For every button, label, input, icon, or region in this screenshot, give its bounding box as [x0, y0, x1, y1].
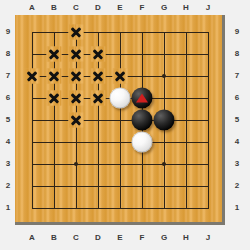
coord-bottom-H: H — [183, 233, 189, 243]
x-mark-B8 — [48, 48, 60, 60]
x-mark-C8 — [70, 48, 82, 60]
grid-line-horizontal — [32, 164, 209, 165]
coord-top-A: A — [29, 3, 35, 13]
coord-left-2: 2 — [6, 181, 10, 191]
coord-right-3: 3 — [235, 159, 239, 169]
grid-line-vertical — [208, 32, 209, 209]
coord-bottom-G: G — [161, 233, 167, 243]
coord-right-7: 7 — [235, 71, 239, 81]
x-mark-A7 — [26, 70, 38, 82]
grid-line-vertical — [186, 32, 187, 209]
coord-bottom-B: B — [51, 233, 57, 243]
coord-right-4: 4 — [235, 137, 239, 147]
coord-left-1: 1 — [6, 203, 10, 213]
coord-left-5: 5 — [6, 115, 10, 125]
star-point-C3 — [74, 162, 78, 166]
grid-line-horizontal — [32, 142, 209, 143]
coord-left-4: 4 — [6, 137, 10, 147]
coord-bottom-F: F — [140, 233, 145, 243]
x-mark-E7 — [114, 70, 126, 82]
star-point-G3 — [162, 162, 166, 166]
coord-top-J: J — [206, 3, 210, 13]
coord-left-9: 9 — [6, 27, 10, 37]
x-mark-B7 — [48, 70, 60, 82]
white-stone-F4[interactable] — [132, 132, 153, 153]
black-stone-F5[interactable] — [132, 110, 153, 131]
coord-right-5: 5 — [235, 115, 239, 125]
coord-bottom-C: C — [73, 233, 79, 243]
x-mark-C7 — [70, 70, 82, 82]
coord-left-3: 3 — [6, 159, 10, 169]
grid-line-horizontal — [32, 208, 209, 209]
coord-top-D: D — [95, 3, 101, 13]
coord-left-8: 8 — [6, 49, 10, 59]
x-mark-C9 — [70, 26, 82, 38]
coord-top-F: F — [140, 3, 145, 13]
x-mark-C5 — [70, 114, 82, 126]
coord-top-B: B — [51, 3, 57, 13]
x-mark-D6 — [92, 92, 104, 104]
coord-right-8: 8 — [235, 49, 239, 59]
x-mark-C6 — [70, 92, 82, 104]
coord-right-9: 9 — [235, 27, 239, 37]
coord-right-1: 1 — [235, 203, 239, 213]
coord-bottom-A: A — [29, 233, 35, 243]
white-stone-E6[interactable] — [110, 88, 131, 109]
coord-left-6: 6 — [6, 93, 10, 103]
x-mark-D7 — [92, 70, 104, 82]
coord-left-7: 7 — [6, 71, 10, 81]
grid-line-horizontal — [32, 120, 209, 121]
x-mark-D8 — [92, 48, 104, 60]
coord-top-G: G — [161, 3, 167, 13]
goban[interactable] — [15, 15, 225, 225]
coord-right-6: 6 — [235, 93, 239, 103]
x-mark-B6 — [48, 92, 60, 104]
coord-bottom-E: E — [117, 233, 122, 243]
grid-line-horizontal — [32, 186, 209, 187]
coord-top-C: C — [73, 3, 79, 13]
triangle-marker — [136, 94, 148, 103]
star-point-G7 — [162, 74, 166, 78]
coord-top-H: H — [183, 3, 189, 13]
go-diagram: AABBCCDDEEFFGGHHJJ998877665544332211 — [0, 0, 250, 250]
coord-bottom-J: J — [206, 233, 210, 243]
black-stone-G5[interactable] — [154, 110, 175, 131]
coord-right-2: 2 — [235, 181, 239, 191]
coord-top-E: E — [117, 3, 122, 13]
coord-bottom-D: D — [95, 233, 101, 243]
